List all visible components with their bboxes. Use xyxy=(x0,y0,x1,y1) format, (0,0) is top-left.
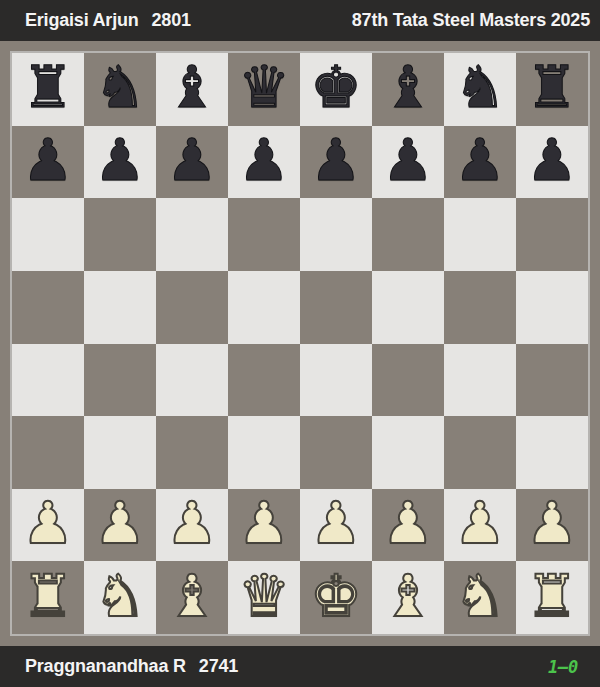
square-a8[interactable]: ♜ xyxy=(12,53,84,126)
square-h7[interactable]: ♟ xyxy=(516,126,588,199)
square-b6[interactable] xyxy=(84,198,156,271)
piece-black-knight-b8: ♞ xyxy=(94,58,146,116)
square-b1[interactable]: ♞ xyxy=(84,561,156,634)
piece-black-king-e8: ♚ xyxy=(310,58,362,116)
bottom-player-bar: Praggnanandhaa R 2741 1–0 xyxy=(0,646,600,687)
piece-black-rook-a8: ♜ xyxy=(22,58,74,116)
piece-white-pawn-f2: ♟ xyxy=(382,494,434,552)
square-e8[interactable]: ♚ xyxy=(300,53,372,126)
square-h8[interactable]: ♜ xyxy=(516,53,588,126)
square-g6[interactable] xyxy=(444,198,516,271)
square-g4[interactable] xyxy=(444,344,516,417)
square-c4[interactable] xyxy=(156,344,228,417)
chess-broadcast-view: Erigaisi Arjun 2801 87th Tata Steel Mast… xyxy=(0,0,600,687)
square-g8[interactable]: ♞ xyxy=(444,53,516,126)
chess-board: ♜♞♝♛♚♝♞♜♟♟♟♟♟♟♟♟♟♟♟♟♟♟♟♟♜♞♝♛♚♝♞♜ xyxy=(10,51,590,636)
piece-black-pawn-h7: ♟ xyxy=(526,131,578,189)
square-d8[interactable]: ♛ xyxy=(228,53,300,126)
square-d4[interactable] xyxy=(228,344,300,417)
square-h5[interactable] xyxy=(516,271,588,344)
piece-white-king-e1: ♚ xyxy=(310,567,362,625)
square-f4[interactable] xyxy=(372,344,444,417)
piece-white-knight-b1: ♞ xyxy=(94,567,146,625)
square-c5[interactable] xyxy=(156,271,228,344)
square-d5[interactable] xyxy=(228,271,300,344)
square-d6[interactable] xyxy=(228,198,300,271)
piece-black-pawn-b7: ♟ xyxy=(94,131,146,189)
square-h4[interactable] xyxy=(516,344,588,417)
square-g7[interactable]: ♟ xyxy=(444,126,516,199)
square-a2[interactable]: ♟ xyxy=(12,489,84,562)
piece-black-pawn-a7: ♟ xyxy=(22,131,74,189)
square-g3[interactable] xyxy=(444,416,516,489)
square-h3[interactable] xyxy=(516,416,588,489)
square-c6[interactable] xyxy=(156,198,228,271)
square-e4[interactable] xyxy=(300,344,372,417)
piece-black-bishop-c8: ♝ xyxy=(166,58,218,116)
piece-black-queen-d8: ♛ xyxy=(238,58,290,116)
piece-black-bishop-f8: ♝ xyxy=(382,58,434,116)
square-d1[interactable]: ♛ xyxy=(228,561,300,634)
piece-black-knight-g8: ♞ xyxy=(454,58,506,116)
piece-black-pawn-d7: ♟ xyxy=(238,131,290,189)
square-d2[interactable]: ♟ xyxy=(228,489,300,562)
square-b3[interactable] xyxy=(84,416,156,489)
bottom-player-name: Praggnanandhaa R xyxy=(25,656,186,677)
square-f3[interactable] xyxy=(372,416,444,489)
square-f2[interactable]: ♟ xyxy=(372,489,444,562)
square-b5[interactable] xyxy=(84,271,156,344)
top-player-name: Erigaisi Arjun xyxy=(25,10,139,31)
piece-white-bishop-f1: ♝ xyxy=(382,567,434,625)
piece-white-knight-g1: ♞ xyxy=(454,567,506,625)
square-f8[interactable]: ♝ xyxy=(372,53,444,126)
square-e1[interactable]: ♚ xyxy=(300,561,372,634)
event-title: 87th Tata Steel Masters 2025 xyxy=(352,10,600,31)
square-g5[interactable] xyxy=(444,271,516,344)
square-a7[interactable]: ♟ xyxy=(12,126,84,199)
top-player-info: Erigaisi Arjun 2801 xyxy=(0,10,191,31)
piece-white-pawn-b2: ♟ xyxy=(94,494,146,552)
square-e5[interactable] xyxy=(300,271,372,344)
piece-black-pawn-f7: ♟ xyxy=(382,131,434,189)
square-b4[interactable] xyxy=(84,344,156,417)
square-h6[interactable] xyxy=(516,198,588,271)
piece-white-pawn-a2: ♟ xyxy=(22,494,74,552)
piece-white-rook-a1: ♜ xyxy=(22,567,74,625)
piece-white-pawn-g2: ♟ xyxy=(454,494,506,552)
piece-white-rook-h1: ♜ xyxy=(526,567,578,625)
bottom-player-info: Praggnanandhaa R 2741 xyxy=(0,656,238,677)
square-b8[interactable]: ♞ xyxy=(84,53,156,126)
board-frame: ♜♞♝♛♚♝♞♜♟♟♟♟♟♟♟♟♟♟♟♟♟♟♟♟♜♞♝♛♚♝♞♜ xyxy=(0,41,600,646)
square-c3[interactable] xyxy=(156,416,228,489)
piece-white-pawn-c2: ♟ xyxy=(166,494,218,552)
top-player-bar: Erigaisi Arjun 2801 87th Tata Steel Mast… xyxy=(0,0,600,41)
square-g1[interactable]: ♞ xyxy=(444,561,516,634)
square-b2[interactable]: ♟ xyxy=(84,489,156,562)
square-c8[interactable]: ♝ xyxy=(156,53,228,126)
piece-white-queen-d1: ♛ xyxy=(238,567,290,625)
square-c1[interactable]: ♝ xyxy=(156,561,228,634)
piece-black-rook-h8: ♜ xyxy=(526,58,578,116)
piece-black-pawn-c7: ♟ xyxy=(166,131,218,189)
piece-white-pawn-e2: ♟ xyxy=(310,494,362,552)
square-a5[interactable] xyxy=(12,271,84,344)
square-d3[interactable] xyxy=(228,416,300,489)
piece-black-pawn-g7: ♟ xyxy=(454,131,506,189)
piece-white-pawn-h2: ♟ xyxy=(526,494,578,552)
square-a6[interactable] xyxy=(12,198,84,271)
square-f7[interactable]: ♟ xyxy=(372,126,444,199)
square-f1[interactable]: ♝ xyxy=(372,561,444,634)
piece-white-pawn-d2: ♟ xyxy=(238,494,290,552)
square-a1[interactable]: ♜ xyxy=(12,561,84,634)
square-f5[interactable] xyxy=(372,271,444,344)
square-c7[interactable]: ♟ xyxy=(156,126,228,199)
square-h1[interactable]: ♜ xyxy=(516,561,588,634)
square-h2[interactable]: ♟ xyxy=(516,489,588,562)
piece-black-pawn-e7: ♟ xyxy=(310,131,362,189)
square-e6[interactable] xyxy=(300,198,372,271)
square-b7[interactable]: ♟ xyxy=(84,126,156,199)
square-e3[interactable] xyxy=(300,416,372,489)
square-a3[interactable] xyxy=(12,416,84,489)
top-player-rating: 2801 xyxy=(152,10,191,31)
bottom-player-rating: 2741 xyxy=(199,656,238,677)
square-e7[interactable]: ♟ xyxy=(300,126,372,199)
game-result: 1–0 xyxy=(548,657,600,677)
square-e2[interactable]: ♟ xyxy=(300,489,372,562)
piece-white-bishop-c1: ♝ xyxy=(166,567,218,625)
square-f6[interactable] xyxy=(372,198,444,271)
square-c2[interactable]: ♟ xyxy=(156,489,228,562)
square-g2[interactable]: ♟ xyxy=(444,489,516,562)
square-a4[interactable] xyxy=(12,344,84,417)
square-d7[interactable]: ♟ xyxy=(228,126,300,199)
